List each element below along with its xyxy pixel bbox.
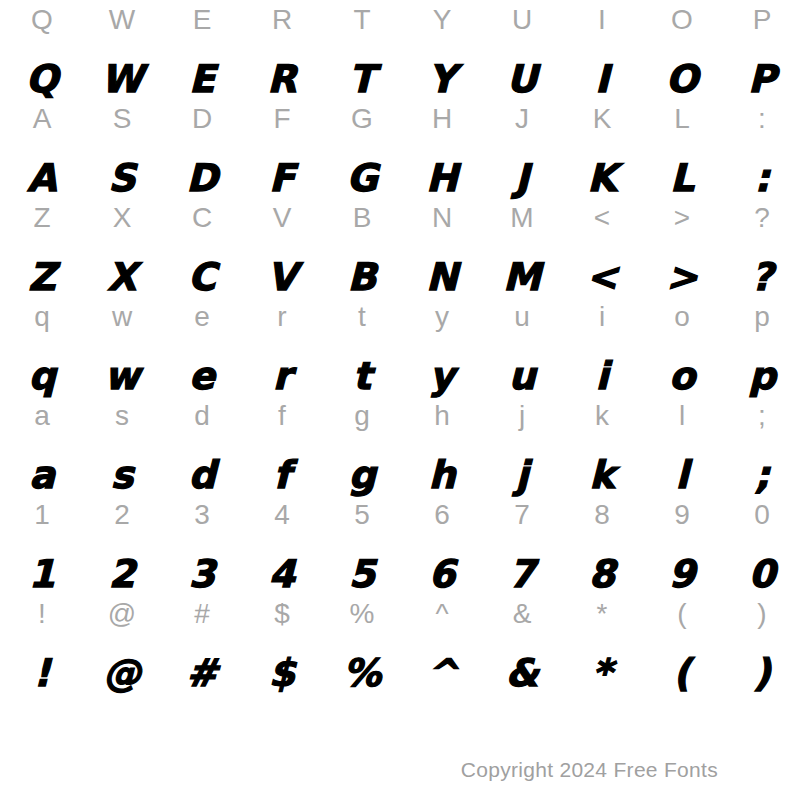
- label-char: 9: [642, 497, 722, 532]
- label-char: 5: [322, 497, 402, 532]
- label-char: O: [642, 2, 722, 37]
- glyph-char: ^: [402, 641, 482, 705]
- glyph-char: @: [82, 641, 162, 705]
- label-char: 1: [2, 497, 82, 532]
- label-char: X: [82, 200, 162, 235]
- specimen-row-group: qwertyuiopqwertyuiop: [2, 297, 800, 396]
- label-char: C: [162, 200, 242, 235]
- label-row: 1234567890: [2, 495, 800, 530]
- label-char: <: [562, 200, 642, 235]
- glyph-row: asdfghjkl;: [2, 431, 800, 495]
- label-char: B: [322, 200, 402, 235]
- label-char: r: [242, 299, 322, 334]
- label-char: R: [242, 2, 322, 37]
- label-char: f: [242, 398, 322, 433]
- label-char: 6: [402, 497, 482, 532]
- label-char: 4: [242, 497, 322, 532]
- label-char: e: [162, 299, 242, 334]
- label-char: I: [562, 2, 642, 37]
- label-char: ^: [402, 596, 482, 631]
- specimen-row-group: 12345678901234567890: [2, 495, 800, 594]
- label-char: S: [82, 101, 162, 136]
- label-char: 7: [482, 497, 562, 532]
- label-row: asdfghjkl;: [2, 396, 800, 431]
- glyph-char: &: [482, 641, 562, 705]
- label-char: !: [2, 596, 82, 631]
- label-char: 8: [562, 497, 642, 532]
- glyph-row: qwertyuiop: [2, 332, 800, 396]
- label-char: (: [642, 596, 722, 631]
- label-char: &: [482, 596, 562, 631]
- label-char: h: [402, 398, 482, 433]
- font-specimen-page: { "game": "typeface-specimen-character-m…: [0, 0, 800, 800]
- glyph-char: ): [722, 641, 800, 705]
- label-char: s: [82, 398, 162, 433]
- label-char: i: [562, 299, 642, 334]
- label-char: ): [722, 596, 800, 631]
- label-char: t: [322, 299, 402, 334]
- label-char: 0: [722, 497, 800, 532]
- label-char: J: [482, 101, 562, 136]
- glyph-char: #: [162, 641, 242, 705]
- label-char: #: [162, 596, 242, 631]
- specimen-row-group: ZXCVBNM<>?ZXCVBNM<>?: [2, 198, 800, 297]
- label-char: G: [322, 101, 402, 136]
- label-char: U: [482, 2, 562, 37]
- label-char: d: [162, 398, 242, 433]
- label-char: K: [562, 101, 642, 136]
- label-char: $: [242, 596, 322, 631]
- label-char: W: [82, 2, 162, 37]
- label-char: w: [82, 299, 162, 334]
- label-char: ?: [722, 200, 800, 235]
- label-char: Y: [402, 2, 482, 37]
- specimen-row-group: QWERTYUIOPQWERTYUIOP: [2, 0, 800, 99]
- label-row: QWERTYUIOP: [2, 0, 800, 35]
- label-char: >: [642, 200, 722, 235]
- label-char: P: [722, 2, 800, 37]
- label-char: o: [642, 299, 722, 334]
- label-char: A: [2, 101, 82, 136]
- label-char: @: [82, 596, 162, 631]
- glyph-row: !@#$%^&*(): [2, 629, 800, 693]
- label-row: ZXCVBNM<>?: [2, 198, 800, 233]
- label-char: V: [242, 200, 322, 235]
- label-char: %: [322, 596, 402, 631]
- label-char: ;: [722, 398, 800, 433]
- copyright-text: Copyright 2024 Free Fonts: [461, 758, 718, 782]
- glyph-char: (: [642, 641, 722, 705]
- specimen-row-group: !@#$%^&*()!@#$%^&*(): [2, 594, 800, 693]
- label-char: 3: [162, 497, 242, 532]
- label-row: !@#$%^&*(): [2, 594, 800, 629]
- label-char: q: [2, 299, 82, 334]
- label-row: ASDFGHJKL:: [2, 99, 800, 134]
- label-char: T: [322, 2, 402, 37]
- label-row: qwertyuiop: [2, 297, 800, 332]
- label-char: j: [482, 398, 562, 433]
- label-char: E: [162, 2, 242, 37]
- label-char: u: [482, 299, 562, 334]
- glyph-char: $: [242, 641, 322, 705]
- label-char: 2: [82, 497, 162, 532]
- label-char: D: [162, 101, 242, 136]
- label-char: k: [562, 398, 642, 433]
- label-char: y: [402, 299, 482, 334]
- label-char: Q: [2, 2, 82, 37]
- specimen-row-group: ASDFGHJKL:ASDFGHJKL:: [2, 99, 800, 198]
- label-char: g: [322, 398, 402, 433]
- label-char: *: [562, 596, 642, 631]
- glyph-char: !: [2, 641, 82, 705]
- glyph-char: %: [322, 641, 402, 705]
- glyph-char: *: [562, 641, 642, 705]
- label-char: p: [722, 299, 800, 334]
- glyph-row: ZXCVBNM<>?: [2, 233, 800, 297]
- label-char: :: [722, 101, 800, 136]
- label-char: l: [642, 398, 722, 433]
- label-char: L: [642, 101, 722, 136]
- specimen-row-group: asdfghjkl;asdfghjkl;: [2, 396, 800, 495]
- label-char: M: [482, 200, 562, 235]
- glyph-row: 1234567890: [2, 530, 800, 594]
- label-char: H: [402, 101, 482, 136]
- label-char: Z: [2, 200, 82, 235]
- glyph-row: ASDFGHJKL:: [2, 134, 800, 198]
- label-char: F: [242, 101, 322, 136]
- label-char: a: [2, 398, 82, 433]
- label-char: N: [402, 200, 482, 235]
- specimen-grid: QWERTYUIOPQWERTYUIOPASDFGHJKL:ASDFGHJKL:…: [2, 0, 800, 693]
- glyph-row: QWERTYUIOP: [2, 35, 800, 99]
